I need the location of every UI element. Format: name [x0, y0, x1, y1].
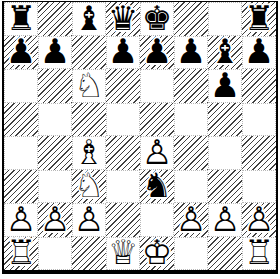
square-a2[interactable]: ♟♙: [4, 203, 38, 237]
square-b4[interactable]: [38, 136, 72, 170]
white-king-fill: ♚: [140, 235, 174, 269]
square-h8[interactable]: ♜: [242, 2, 276, 36]
square-a8[interactable]: ♜: [4, 2, 38, 36]
square-h2[interactable]: ♟♙: [242, 203, 276, 237]
white-rook: ♖: [242, 235, 276, 269]
black-pawn: ♟: [242, 34, 276, 68]
square-e2[interactable]: [140, 203, 174, 237]
square-c8[interactable]: ♝: [72, 2, 106, 36]
square-g2[interactable]: ♟♙: [208, 203, 242, 237]
white-bishop: ♗: [72, 135, 106, 169]
square-e6[interactable]: [140, 69, 174, 103]
square-d3[interactable]: [106, 170, 140, 204]
square-e5[interactable]: [140, 103, 174, 137]
square-h5[interactable]: [242, 103, 276, 137]
square-f4[interactable]: [174, 136, 208, 170]
square-d6[interactable]: [106, 69, 140, 103]
square-e1[interactable]: ♚♔: [140, 237, 174, 271]
square-e7[interactable]: ♟: [140, 36, 174, 70]
square-a7[interactable]: ♟: [4, 36, 38, 70]
black-queen: ♛: [106, 1, 140, 35]
square-f6[interactable]: [174, 69, 208, 103]
white-bishop-fill: ♝: [72, 135, 106, 169]
white-knight-fill: ♞: [72, 168, 106, 202]
square-f1[interactable]: [174, 237, 208, 271]
white-pawn: ♙: [242, 202, 276, 236]
white-pawn: ♙: [72, 202, 106, 236]
square-g7[interactable]: ♝: [208, 36, 242, 70]
black-pawn: ♟: [174, 34, 208, 68]
black-king: ♚: [140, 1, 174, 35]
white-pawn-fill: ♟: [140, 135, 174, 169]
square-a4[interactable]: [4, 136, 38, 170]
white-pawn-fill: ♟: [242, 202, 276, 236]
white-pawn: ♙: [4, 202, 38, 236]
black-pawn: ♟: [4, 34, 38, 68]
square-b6[interactable]: [38, 69, 72, 103]
square-d7[interactable]: ♟: [106, 36, 140, 70]
square-h4[interactable]: [242, 136, 276, 170]
square-c4[interactable]: ♝♗: [72, 136, 106, 170]
square-f2[interactable]: ♟♙: [174, 203, 208, 237]
square-a3[interactable]: [4, 170, 38, 204]
square-g4[interactable]: [208, 136, 242, 170]
square-b5[interactable]: [38, 103, 72, 137]
white-pawn: ♙: [140, 135, 174, 169]
square-d5[interactable]: [106, 103, 140, 137]
white-king: ♔: [140, 235, 174, 269]
white-pawn-fill: ♟: [4, 202, 38, 236]
square-h1[interactable]: ♜♖: [242, 237, 276, 271]
square-g6[interactable]: ♟: [208, 69, 242, 103]
square-a1[interactable]: ♜♖: [4, 237, 38, 271]
white-pawn: ♙: [174, 202, 208, 236]
black-rook: ♜: [4, 1, 38, 35]
square-e4[interactable]: ♟♙: [140, 136, 174, 170]
white-knight: ♘: [72, 68, 106, 102]
white-rook-fill: ♜: [4, 235, 38, 269]
black-knight: ♞: [140, 168, 174, 202]
black-pawn: ♟: [208, 68, 242, 102]
square-g1[interactable]: [208, 237, 242, 271]
square-f5[interactable]: [174, 103, 208, 137]
square-h3[interactable]: [242, 170, 276, 204]
black-bishop: ♝: [72, 1, 106, 35]
white-knight: ♘: [72, 168, 106, 202]
white-pawn: ♙: [208, 202, 242, 236]
square-d2[interactable]: [106, 203, 140, 237]
chess-board: ♜♝♛♚♜♟♟♟♟♟♝♟♞♘♟♝♗♟♙♞♘♞♟♙♟♙♟♙♟♙♟♙♟♙♜♖♛♕♚♔…: [2, 1, 278, 274]
square-e8[interactable]: ♚: [140, 2, 174, 36]
white-pawn-fill: ♟: [208, 202, 242, 236]
chess-diagram: ♜♝♛♚♜♟♟♟♟♟♝♟♞♘♟♝♗♟♙♞♘♞♟♙♟♙♟♙♟♙♟♙♟♙♜♖♛♕♚♔…: [0, 0, 280, 279]
square-a5[interactable]: [4, 103, 38, 137]
square-c3[interactable]: ♞♘: [72, 170, 106, 204]
square-f7[interactable]: ♟: [174, 36, 208, 70]
square-e3[interactable]: ♞: [140, 170, 174, 204]
white-rook: ♖: [4, 235, 38, 269]
square-f8[interactable]: [174, 2, 208, 36]
square-c2[interactable]: ♟♙: [72, 203, 106, 237]
square-c7[interactable]: [72, 36, 106, 70]
square-g8[interactable]: [208, 2, 242, 36]
white-pawn-fill: ♟: [72, 202, 106, 236]
white-pawn: ♙: [38, 202, 72, 236]
black-pawn: ♟: [38, 34, 72, 68]
square-b7[interactable]: ♟: [38, 36, 72, 70]
white-queen-fill: ♛: [106, 235, 140, 269]
square-d1[interactable]: ♛♕: [106, 237, 140, 271]
square-a6[interactable]: [4, 69, 38, 103]
square-b3[interactable]: [38, 170, 72, 204]
square-h7[interactable]: ♟: [242, 36, 276, 70]
square-c6[interactable]: ♞♘: [72, 69, 106, 103]
square-g5[interactable]: [208, 103, 242, 137]
black-rook: ♜: [242, 1, 276, 35]
square-d8[interactable]: ♛: [106, 2, 140, 36]
square-c1[interactable]: [72, 237, 106, 271]
square-b1[interactable]: [38, 237, 72, 271]
square-g3[interactable]: [208, 170, 242, 204]
square-h6[interactable]: [242, 69, 276, 103]
black-pawn: ♟: [140, 34, 174, 68]
square-c5[interactable]: [72, 103, 106, 137]
white-rook-fill: ♜: [242, 235, 276, 269]
white-queen: ♕: [106, 235, 140, 269]
square-b2[interactable]: ♟♙: [38, 203, 72, 237]
black-bishop: ♝: [208, 34, 242, 68]
white-pawn-fill: ♟: [174, 202, 208, 236]
square-f3[interactable]: [174, 170, 208, 204]
square-d4[interactable]: [106, 136, 140, 170]
white-knight-fill: ♞: [72, 68, 106, 102]
black-pawn: ♟: [106, 34, 140, 68]
square-b8[interactable]: [38, 2, 72, 36]
white-pawn-fill: ♟: [38, 202, 72, 236]
